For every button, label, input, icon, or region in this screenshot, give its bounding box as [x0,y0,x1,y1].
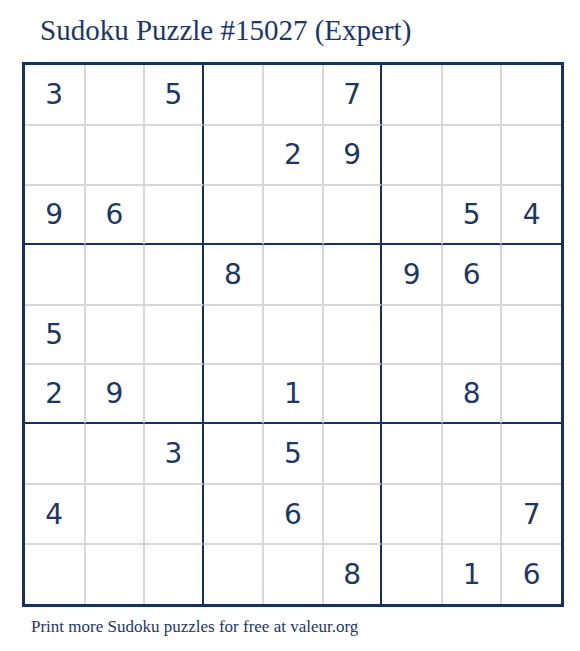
empty-cell-r3c5 [263,185,323,245]
empty-cell-r2c8 [442,125,502,185]
page-title: Sudoku Puzzle #15027 (Expert) [40,12,411,48]
given-digit-r2c5: 2 [263,125,323,185]
empty-cell-r7c6 [323,424,383,484]
empty-cell-r3c7 [382,185,442,245]
empty-cell-r8c4 [204,484,264,544]
empty-cell-r7c2 [85,424,145,484]
footer-text: Print more Sudoku puzzles for free at va… [31,616,358,638]
empty-cell-r9c5 [263,544,323,604]
empty-cell-r1c5 [263,65,323,125]
given-digit-r7c3: 3 [144,424,204,484]
empty-cell-r8c8 [442,484,502,544]
given-digit-r9c9: 6 [501,544,561,604]
empty-cell-r4c6 [323,245,383,305]
empty-cell-r1c9 [501,65,561,125]
empty-cell-r6c7 [382,364,442,424]
empty-cell-r9c3 [144,544,204,604]
given-digit-r3c2: 6 [85,185,145,245]
given-digit-r3c9: 4 [501,185,561,245]
empty-cell-r1c8 [442,65,502,125]
empty-cell-r2c9 [501,125,561,185]
empty-cell-r7c8 [442,424,502,484]
empty-cell-r5c9 [501,305,561,365]
empty-cell-r2c1 [25,125,85,185]
empty-cell-r6c4 [204,364,264,424]
empty-cell-r5c7 [382,305,442,365]
given-digit-r7c5: 5 [263,424,323,484]
empty-cell-r9c2 [85,544,145,604]
empty-cell-r7c7 [382,424,442,484]
given-digit-r1c6: 7 [323,65,383,125]
empty-cell-r3c3 [144,185,204,245]
empty-cell-r6c6 [323,364,383,424]
given-digit-r4c4: 8 [204,245,264,305]
given-digit-r8c9: 7 [501,484,561,544]
given-digit-r6c1: 2 [25,364,85,424]
given-digit-r9c8: 1 [442,544,502,604]
empty-cell-r1c7 [382,65,442,125]
empty-cell-r1c2 [85,65,145,125]
given-digit-r5c1: 5 [25,305,85,365]
empty-cell-r5c8 [442,305,502,365]
empty-cell-r2c7 [382,125,442,185]
given-digit-r9c6: 8 [323,544,383,604]
empty-cell-r4c9 [501,245,561,305]
given-digit-r8c1: 4 [25,484,85,544]
empty-cell-r5c5 [263,305,323,365]
empty-cell-r4c2 [85,245,145,305]
given-digit-r3c1: 9 [25,185,85,245]
given-digit-r6c2: 9 [85,364,145,424]
sudoku-board: 3572996548965291835467816 [22,62,564,607]
given-digit-r4c8: 6 [442,245,502,305]
given-digit-r8c5: 6 [263,484,323,544]
empty-cell-r9c7 [382,544,442,604]
empty-cell-r5c4 [204,305,264,365]
given-digit-r1c1: 3 [25,65,85,125]
empty-cell-r2c2 [85,125,145,185]
empty-cell-r4c5 [263,245,323,305]
empty-cell-r6c3 [144,364,204,424]
given-digit-r6c8: 8 [442,364,502,424]
given-digit-r1c3: 5 [144,65,204,125]
given-digit-r4c7: 9 [382,245,442,305]
empty-cell-r7c4 [204,424,264,484]
empty-cell-r4c1 [25,245,85,305]
empty-cell-r4c3 [144,245,204,305]
empty-cell-r6c9 [501,364,561,424]
empty-cell-r8c6 [323,484,383,544]
empty-cell-r3c4 [204,185,264,245]
empty-cell-r2c4 [204,125,264,185]
empty-cell-r2c3 [144,125,204,185]
empty-cell-r7c1 [25,424,85,484]
given-digit-r3c8: 5 [442,185,502,245]
empty-cell-r9c4 [204,544,264,604]
empty-cell-r7c9 [501,424,561,484]
given-digit-r6c5: 1 [263,364,323,424]
empty-cell-r5c2 [85,305,145,365]
empty-cell-r1c4 [204,65,264,125]
empty-cell-r8c7 [382,484,442,544]
empty-cell-r8c3 [144,484,204,544]
empty-cell-r9c1 [25,544,85,604]
given-digit-r2c6: 9 [323,125,383,185]
empty-cell-r3c6 [323,185,383,245]
empty-cell-r5c3 [144,305,204,365]
empty-cell-r5c6 [323,305,383,365]
empty-cell-r8c2 [85,484,145,544]
